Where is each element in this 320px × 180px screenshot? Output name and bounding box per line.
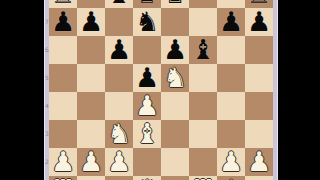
white-pawn-c2: ♟ (107, 148, 131, 176)
square-d3: ♝ (133, 120, 161, 148)
white-knight-e5: ♞ (163, 64, 187, 92)
rank-label-4: 4 (44, 103, 50, 109)
square-c7 (105, 8, 133, 36)
square-f6: ♝ (189, 36, 217, 64)
black-pawn-b7: ♟ (79, 8, 103, 36)
white-bishop-d3: ♝ (135, 120, 159, 148)
square-a2: ♟ (49, 148, 77, 176)
square-b2: ♟ (77, 148, 105, 176)
square-a7: ♟ (49, 8, 77, 36)
black-pawn-e6: ♟ (163, 36, 187, 64)
square-a5 (49, 64, 77, 92)
chess-video-frame: ♜♝♛♚♜♟♟♞♟♟♟♟♝♟♞♟♞♝♟♟♟♟♟♜♛♜♚ 87654321 (0, 0, 320, 180)
square-e1 (161, 176, 189, 180)
square-e2 (161, 148, 189, 176)
square-e6: ♟ (161, 36, 189, 64)
square-g5 (217, 64, 245, 92)
square-f5 (189, 64, 217, 92)
square-a4 (49, 92, 77, 120)
square-h3 (245, 120, 273, 148)
square-c3: ♞ (105, 120, 133, 148)
square-a6 (49, 36, 77, 64)
square-g7: ♟ (217, 8, 245, 36)
black-bishop-c8: ♝ (107, 0, 131, 8)
black-bishop-f6: ♝ (191, 36, 215, 64)
square-e5: ♞ (161, 64, 189, 92)
white-queen-d1: ♛ (135, 176, 159, 180)
square-f1: ♜ (189, 176, 217, 180)
board-frame-strip-left (44, 0, 49, 180)
square-h4 (245, 92, 273, 120)
black-pawn-g7: ♟ (219, 8, 243, 36)
rank-label-2: 2 (44, 159, 50, 165)
square-d1: ♛ (133, 176, 161, 180)
black-pawn-h7: ♟ (247, 8, 271, 36)
square-h1 (245, 176, 273, 180)
white-pawn-a2: ♟ (51, 148, 75, 176)
square-c5 (105, 64, 133, 92)
square-f3 (189, 120, 217, 148)
square-h2: ♟ (245, 148, 273, 176)
square-b5 (77, 64, 105, 92)
square-b1 (77, 176, 105, 180)
square-b4 (77, 92, 105, 120)
square-d4: ♟ (133, 92, 161, 120)
square-f2 (189, 148, 217, 176)
square-g2: ♟ (217, 148, 245, 176)
rank-label-3: 3 (44, 131, 50, 137)
square-h7: ♟ (245, 8, 273, 36)
black-pawn-d5: ♟ (135, 64, 159, 92)
square-f7 (189, 8, 217, 36)
square-c8: ♝ (105, 0, 133, 8)
square-g6 (217, 36, 245, 64)
square-b6 (77, 36, 105, 64)
square-c1 (105, 176, 133, 180)
square-d5: ♟ (133, 64, 161, 92)
square-g1: ♚ (217, 176, 245, 180)
square-c6: ♟ (105, 36, 133, 64)
black-pawn-c6: ♟ (107, 36, 131, 64)
white-pawn-b2: ♟ (79, 148, 103, 176)
square-c2: ♟ (105, 148, 133, 176)
black-knight-d7: ♞ (135, 8, 159, 36)
white-rook-a1: ♜ (51, 176, 75, 180)
square-e8: ♚ (161, 0, 189, 8)
square-e4 (161, 92, 189, 120)
square-h6 (245, 36, 273, 64)
square-h5 (245, 64, 273, 92)
white-king-g1: ♚ (219, 176, 243, 180)
white-pawn-g2: ♟ (219, 148, 243, 176)
square-a1: ♜ (49, 176, 77, 180)
square-e3 (161, 120, 189, 148)
board-frame-strip-right (273, 0, 278, 180)
square-b7: ♟ (77, 8, 105, 36)
square-f8 (189, 0, 217, 8)
rank-label-7: 7 (44, 19, 50, 25)
black-pawn-a7: ♟ (51, 8, 75, 36)
white-pawn-h2: ♟ (247, 148, 271, 176)
rank-label-6: 6 (44, 47, 50, 53)
square-d6 (133, 36, 161, 64)
white-rook-f1: ♜ (191, 176, 215, 180)
square-d2 (133, 148, 161, 176)
square-b3 (77, 120, 105, 148)
black-king-e8: ♚ (163, 0, 187, 8)
rank-label-5: 5 (44, 75, 50, 81)
white-pawn-d4: ♟ (135, 92, 159, 120)
square-e7 (161, 8, 189, 36)
square-c4 (105, 92, 133, 120)
chess-board: ♜♝♛♚♜♟♟♞♟♟♟♟♝♟♞♟♞♝♟♟♟♟♟♜♛♜♚ (49, 0, 273, 180)
square-g3 (217, 120, 245, 148)
white-knight-c3: ♞ (107, 120, 131, 148)
square-f4 (189, 92, 217, 120)
square-g4 (217, 92, 245, 120)
square-a3 (49, 120, 77, 148)
square-d7: ♞ (133, 8, 161, 36)
